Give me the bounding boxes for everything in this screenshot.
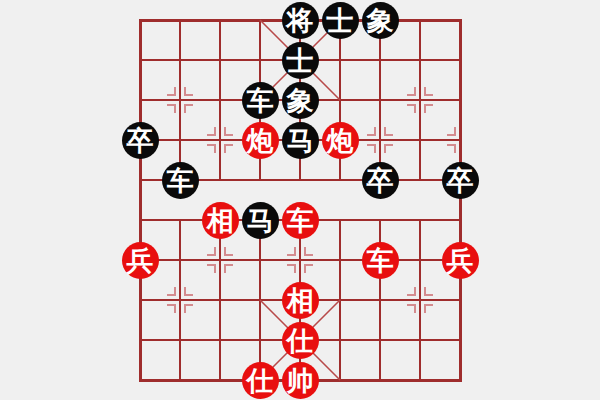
star-point-mark bbox=[167, 287, 176, 296]
star-point-mark bbox=[207, 127, 216, 136]
star-point-mark bbox=[207, 144, 216, 153]
piece-black-pawn[interactable]: 卒 bbox=[122, 122, 159, 159]
piece-red-advisor[interactable]: 仕 bbox=[282, 322, 319, 359]
piece-black-elephant[interactable]: 象 bbox=[362, 2, 399, 39]
xiangqi-board[interactable]: 将士象士车象卒炮马炮车卒卒相马车兵车兵相仕仕帅 bbox=[0, 0, 600, 400]
star-point-mark bbox=[367, 127, 376, 136]
piece-black-chariot[interactable]: 车 bbox=[162, 162, 199, 199]
star-point-mark bbox=[167, 304, 176, 313]
piece-red-chariot[interactable]: 车 bbox=[282, 202, 319, 239]
xiangqi-screen: 将士象士车象卒炮马炮车卒卒相马车兵车兵相仕仕帅 bbox=[0, 0, 600, 400]
piece-black-elephant[interactable]: 象 bbox=[282, 82, 319, 119]
piece-red-cannon[interactable]: 炮 bbox=[242, 122, 279, 159]
star-point-mark bbox=[304, 247, 313, 256]
piece-black-advisor[interactable]: 士 bbox=[322, 2, 359, 39]
star-point-mark bbox=[424, 104, 433, 113]
star-point-mark bbox=[407, 287, 416, 296]
star-point-mark bbox=[224, 127, 233, 136]
piece-red-general[interactable]: 帅 bbox=[282, 362, 319, 399]
star-point-mark bbox=[447, 144, 456, 153]
star-point-mark bbox=[287, 247, 296, 256]
star-point-mark bbox=[384, 144, 393, 153]
piece-red-cannon[interactable]: 炮 bbox=[322, 122, 359, 159]
piece-red-elephant[interactable]: 相 bbox=[282, 282, 319, 319]
star-point-mark bbox=[167, 87, 176, 96]
star-point-mark bbox=[207, 247, 216, 256]
piece-red-chariot[interactable]: 车 bbox=[362, 242, 399, 279]
star-point-mark bbox=[407, 104, 416, 113]
star-point-mark bbox=[224, 144, 233, 153]
piece-red-advisor[interactable]: 仕 bbox=[242, 362, 279, 399]
star-point-mark bbox=[167, 104, 176, 113]
star-point-mark bbox=[407, 304, 416, 313]
star-point-mark bbox=[184, 304, 193, 313]
piece-black-advisor[interactable]: 士 bbox=[282, 42, 319, 79]
star-point-mark bbox=[224, 264, 233, 273]
star-point-mark bbox=[407, 87, 416, 96]
piece-black-horse[interactable]: 马 bbox=[282, 122, 319, 159]
star-point-mark bbox=[184, 287, 193, 296]
star-point-mark bbox=[384, 127, 393, 136]
star-point-mark bbox=[424, 287, 433, 296]
star-point-mark bbox=[287, 264, 296, 273]
star-point-mark bbox=[184, 87, 193, 96]
star-point-mark bbox=[424, 304, 433, 313]
piece-red-pawn[interactable]: 兵 bbox=[122, 242, 159, 279]
piece-black-pawn[interactable]: 卒 bbox=[442, 162, 479, 199]
piece-red-elephant[interactable]: 相 bbox=[202, 202, 239, 239]
star-point-mark bbox=[424, 87, 433, 96]
star-point-mark bbox=[367, 144, 376, 153]
piece-black-horse[interactable]: 马 bbox=[242, 202, 279, 239]
piece-black-chariot[interactable]: 车 bbox=[242, 82, 279, 119]
piece-black-general[interactable]: 将 bbox=[282, 2, 319, 39]
piece-black-pawn[interactable]: 卒 bbox=[362, 162, 399, 199]
star-point-mark bbox=[447, 127, 456, 136]
star-point-mark bbox=[184, 104, 193, 113]
star-point-mark bbox=[304, 264, 313, 273]
star-point-mark bbox=[224, 247, 233, 256]
star-point-mark bbox=[207, 264, 216, 273]
piece-red-pawn[interactable]: 兵 bbox=[442, 242, 479, 279]
